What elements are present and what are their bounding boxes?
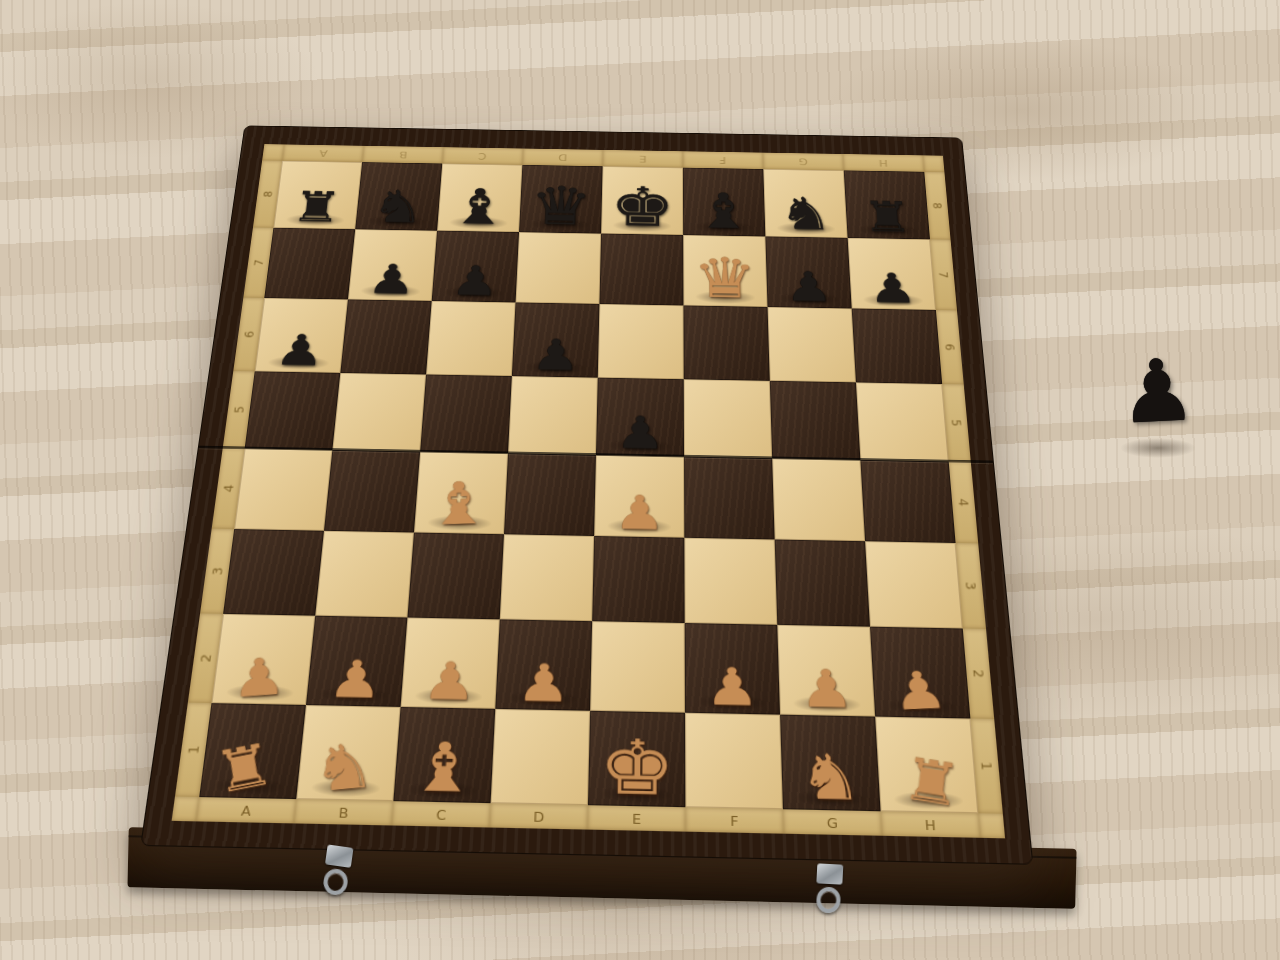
square-b4	[324, 450, 420, 533]
frame-corner	[978, 813, 1005, 838]
black-pawn-b7: ♟	[348, 247, 433, 299]
square-f5	[684, 379, 772, 458]
square-a1: ♜	[199, 703, 306, 799]
white-pawn-b2: ♟	[306, 645, 402, 704]
clasp-right	[813, 863, 846, 916]
black-rook-h8: ♜	[848, 183, 931, 238]
file-label-top-d: D	[522, 149, 603, 167]
square-f2: ♟	[685, 623, 780, 715]
file-label-text: E	[632, 810, 641, 827]
file-label-text: G	[826, 814, 838, 831]
clasp-plate	[816, 863, 843, 884]
square-e4: ♟	[594, 455, 684, 538]
file-label-text: D	[533, 808, 545, 825]
square-d7	[516, 232, 602, 304]
white-knight-b1: ♞	[290, 726, 393, 803]
square-g3	[775, 539, 870, 626]
square-a6: ♟	[255, 298, 348, 373]
file-label-bottom-c: C	[391, 801, 490, 827]
white-pawn-g2: ♟	[780, 655, 876, 714]
square-g6	[768, 307, 856, 382]
black-pawn-a6: ♟	[255, 318, 342, 371]
black-queen-d8: ♛	[519, 163, 602, 232]
white-pawn-c2: ♟	[401, 647, 497, 706]
square-h6	[852, 308, 942, 384]
square-h1: ♜	[875, 717, 978, 814]
square-h5	[856, 382, 949, 461]
rank-label-text: 3	[209, 567, 226, 575]
file-label-text: F	[730, 812, 739, 829]
white-knight-g1: ♞	[783, 739, 882, 808]
black-bishop-f8: ♝	[683, 171, 766, 234]
rank-label-text: 6	[942, 343, 957, 350]
frame-corner	[172, 797, 200, 822]
rank-label-text: 5	[231, 405, 247, 413]
square-d5	[508, 376, 598, 455]
file-label-bottom-h: H	[881, 811, 981, 838]
file-label-text: A	[318, 148, 327, 159]
square-e6	[598, 304, 684, 379]
rank-label-text: 4	[955, 498, 971, 506]
square-e1: ♚	[588, 711, 685, 807]
square-f8: ♝	[683, 168, 765, 237]
clasp-ring	[816, 886, 841, 913]
black-pawn-d6: ♟	[512, 322, 599, 375]
square-h2: ♟	[870, 627, 970, 719]
square-h3	[865, 541, 963, 628]
file-label-text: C	[436, 806, 447, 823]
file-label-text: H	[879, 157, 889, 168]
square-d1	[491, 709, 591, 805]
white-pawn-d2: ♟	[495, 649, 591, 708]
square-c3	[407, 533, 504, 620]
rank-label-text: 6	[241, 330, 256, 337]
black-pawn-g7: ♟	[767, 254, 852, 306]
rank-label-text: 3	[962, 581, 978, 589]
square-g5	[770, 381, 861, 460]
rank-label-text: 7	[251, 259, 266, 266]
black-bishop-c8: ♝	[437, 167, 520, 230]
square-h8: ♜	[844, 170, 930, 239]
black-knight-b8: ♞	[355, 171, 438, 229]
rank-label-text: 8	[930, 202, 944, 209]
square-d6: ♟	[512, 302, 600, 377]
square-f7: ♛	[683, 235, 767, 307]
white-bishop-c1: ♝	[394, 725, 493, 800]
rank-label-text: 7	[936, 271, 951, 278]
frame-corner	[923, 155, 945, 172]
file-label-bottom-e: E	[587, 805, 685, 831]
square-a3	[223, 529, 324, 616]
square-g7: ♟	[765, 236, 851, 308]
square-b3	[315, 531, 414, 618]
frame-corner	[262, 144, 284, 161]
square-f4	[684, 457, 775, 540]
black-pawn-icon: ♟	[1117, 346, 1199, 436]
white-pawn-f2: ♟	[685, 653, 781, 712]
square-c7: ♟	[432, 231, 519, 303]
clasp-plate	[325, 844, 354, 867]
square-a5	[245, 371, 341, 450]
square-e5: ♟	[596, 378, 684, 457]
file-label-top-h: H	[843, 154, 924, 172]
white-pawn-e4: ♟	[594, 479, 685, 535]
square-b2: ♟	[306, 616, 407, 707]
square-d3	[500, 534, 594, 621]
square-c6	[426, 301, 515, 376]
file-label-bottom-b: B	[294, 799, 394, 825]
black-king-e8: ♚	[601, 163, 684, 233]
board-grid: ABCDEFGH8♜♞♝♛♚♝♞♜87♟♟♛♟♟76♟♟65♟54♝♟4332♟…	[172, 144, 1003, 838]
file-label-top-g: G	[763, 153, 844, 171]
file-label-text: B	[338, 804, 349, 821]
chess-board: ABCDEFGH8♜♞♝♛♚♝♞♜87♟♟♛♟♟76♟♟65♟54♝♟4332♟…	[140, 125, 1033, 864]
rank-label-text: 8	[260, 190, 275, 197]
square-c1: ♝	[393, 707, 495, 803]
file-label-text: A	[240, 802, 252, 819]
white-pawn-h2: ♟	[872, 655, 970, 717]
black-pawn-c7: ♟	[432, 248, 517, 300]
square-a2: ♟	[211, 614, 315, 705]
square-b6	[340, 299, 431, 374]
square-b7: ♟	[348, 229, 437, 301]
black-knight-g8: ♞	[765, 178, 848, 236]
square-c2: ♟	[401, 618, 500, 709]
square-h7: ♟	[848, 238, 936, 310]
square-f3	[684, 538, 777, 625]
square-d4	[504, 453, 596, 536]
square-e2	[590, 621, 685, 713]
square-c4: ♝	[414, 452, 508, 535]
file-label-text: D	[558, 152, 568, 163]
square-d2: ♟	[495, 619, 592, 710]
white-queen-f7: ♛	[683, 235, 768, 305]
square-g2: ♟	[777, 625, 875, 717]
square-g8: ♞	[763, 169, 847, 238]
rank-label-text: 2	[970, 669, 987, 678]
file-label-text: H	[924, 816, 936, 833]
square-c5	[420, 375, 512, 454]
square-g4	[772, 458, 865, 541]
file-label-text: B	[398, 149, 407, 160]
white-rook-h1: ♜	[881, 739, 988, 818]
white-king-e1: ♚	[588, 721, 687, 805]
square-d8: ♛	[519, 165, 603, 234]
square-e3	[592, 536, 685, 623]
white-pawn-a2: ♟	[207, 641, 306, 706]
square-f6	[683, 305, 769, 380]
board-frame: ABCDEFGH8♜♞♝♛♚♝♞♜87♟♟♛♟♟76♟♟65♟54♝♟4332♟…	[140, 125, 1033, 864]
file-label-bottom-g: G	[783, 809, 882, 836]
square-h4	[860, 460, 955, 543]
file-label-text: F	[719, 154, 726, 165]
file-label-top-e: E	[603, 150, 683, 168]
file-label-bottom-d: D	[489, 803, 588, 829]
black-pawn-e5: ♟	[596, 400, 685, 455]
square-b8: ♞	[355, 162, 442, 231]
square-e7	[599, 234, 683, 306]
captured-black-pawn: ♟	[1108, 348, 1208, 458]
file-label-top-b: B	[362, 146, 443, 164]
file-label-top-f: F	[683, 151, 763, 169]
scene-floor: ABCDEFGH8♜♞♝♛♚♝♞♜87♟♟♛♟♟76♟♟65♟54♝♟4332♟…	[0, 0, 1280, 960]
black-pawn-h7: ♟	[852, 256, 937, 308]
file-label-text: C	[478, 150, 487, 161]
file-label-bottom-f: F	[685, 807, 783, 833]
square-c8: ♝	[437, 164, 522, 233]
file-label-top-a: A	[282, 144, 364, 162]
square-a8: ♜	[273, 161, 362, 229]
file-label-text: E	[639, 153, 647, 164]
rank-label-text: 5	[949, 419, 965, 427]
square-b1: ♞	[296, 705, 400, 801]
file-label-text: G	[798, 156, 808, 167]
square-f1	[685, 713, 783, 810]
square-b5	[332, 373, 426, 452]
black-rook-a8: ♜	[274, 173, 357, 227]
white-bishop-c4: ♝	[412, 462, 504, 533]
square-g1: ♞	[780, 715, 881, 812]
square-a4	[234, 448, 332, 530]
clasp-ring	[322, 867, 349, 896]
rank-label-text: 4	[220, 484, 236, 492]
square-a7	[264, 228, 355, 300]
file-label-top-c: C	[442, 147, 523, 165]
square-e8: ♚	[601, 166, 683, 235]
file-label-bottom-a: A	[196, 797, 296, 823]
